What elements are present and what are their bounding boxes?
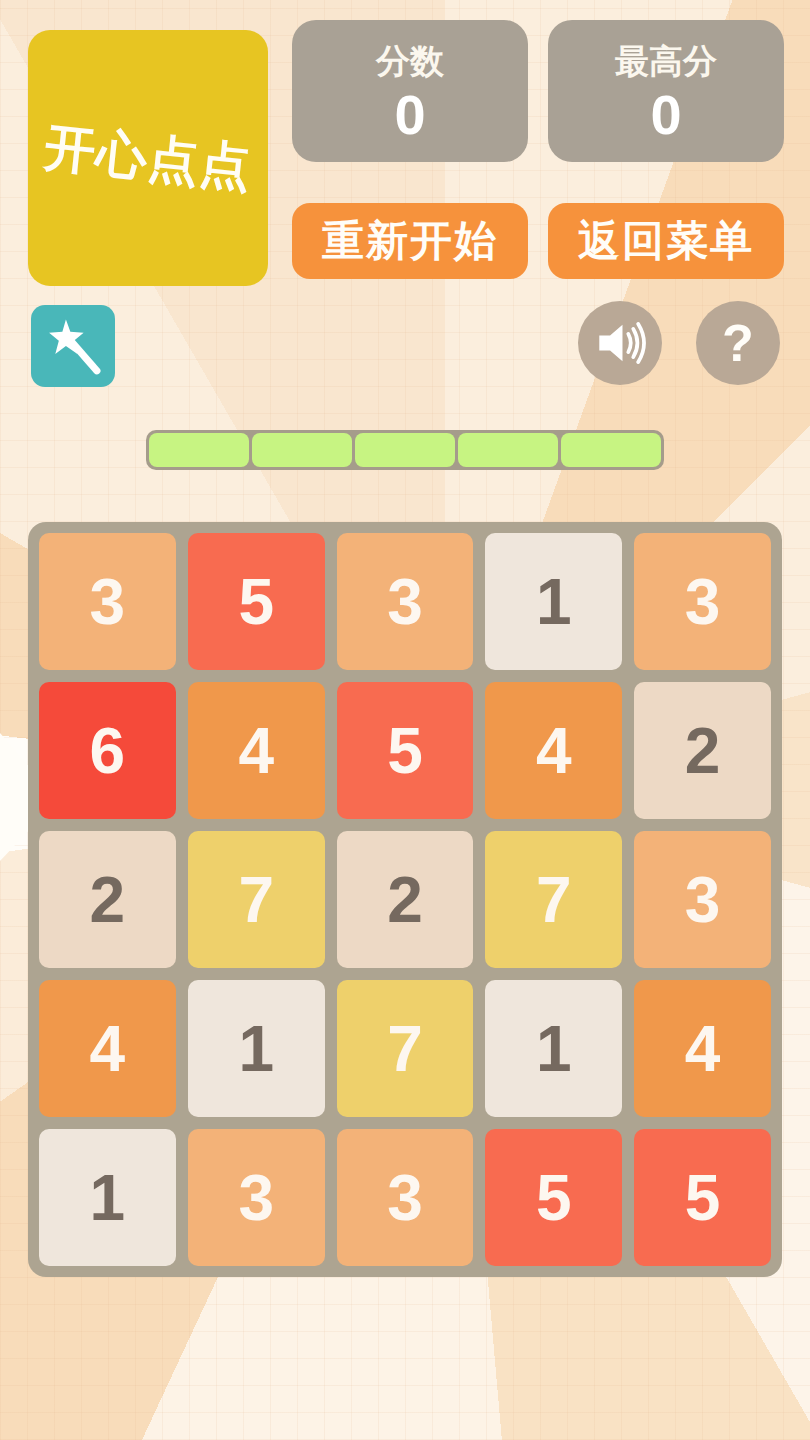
game-board: 3531364542272734171413355 [28, 522, 782, 1277]
tile-r2c1-value-6[interactable]: 6 [39, 682, 176, 819]
score-box: 分数 0 [292, 20, 528, 162]
tile-r3c5-value-3[interactable]: 3 [634, 831, 771, 968]
tile-r1c2-value-5[interactable]: 5 [188, 533, 325, 670]
speaker-icon [591, 314, 649, 372]
tile-r1c3-value-3[interactable]: 3 [337, 533, 474, 670]
progress-segment [458, 433, 558, 467]
progress-segment [561, 433, 661, 467]
tile-r4c2-value-1[interactable]: 1 [188, 980, 325, 1117]
tile-r5c4-value-5[interactable]: 5 [485, 1129, 622, 1266]
progress-segment [355, 433, 455, 467]
tile-r3c2-value-7[interactable]: 7 [188, 831, 325, 968]
tile-r4c1-value-4[interactable]: 4 [39, 980, 176, 1117]
tile-r4c5-value-4[interactable]: 4 [634, 980, 771, 1117]
sound-button[interactable] [578, 301, 662, 385]
tile-r3c1-value-2[interactable]: 2 [39, 831, 176, 968]
magic-wand-icon [42, 315, 104, 377]
restart-label: 重新开始 [322, 213, 498, 269]
progress-segment [149, 433, 249, 467]
tile-r5c5-value-5[interactable]: 5 [634, 1129, 771, 1266]
tile-r5c1-value-1[interactable]: 1 [39, 1129, 176, 1266]
best-score-label: 最高分 [615, 39, 717, 85]
menu-label: 返回菜单 [578, 213, 754, 269]
tile-r2c5-value-2[interactable]: 2 [634, 682, 771, 819]
tile-r2c2-value-4[interactable]: 4 [188, 682, 325, 819]
best-score-value: 0 [650, 87, 681, 143]
restart-button[interactable]: 重新开始 [292, 203, 528, 279]
game-title: 开心点点 [41, 113, 255, 203]
tile-r3c3-value-2[interactable]: 2 [337, 831, 474, 968]
score-value: 0 [394, 87, 425, 143]
tile-r2c4-value-4[interactable]: 4 [485, 682, 622, 819]
score-label: 分数 [376, 39, 444, 85]
back-to-menu-button[interactable]: 返回菜单 [548, 203, 784, 279]
tile-r3c4-value-7[interactable]: 7 [485, 831, 622, 968]
magic-wand-button[interactable] [31, 305, 115, 387]
tile-r1c4-value-1[interactable]: 1 [485, 533, 622, 670]
tile-r4c3-value-7[interactable]: 7 [337, 980, 474, 1117]
best-score-box: 最高分 0 [548, 20, 784, 162]
progress-bar [146, 430, 664, 470]
question-mark-icon: ? [722, 313, 754, 373]
game-logo: 开心点点 [28, 30, 268, 286]
help-button[interactable]: ? [696, 301, 780, 385]
progress-segment [252, 433, 352, 467]
tile-r5c2-value-3[interactable]: 3 [188, 1129, 325, 1266]
tile-r5c3-value-3[interactable]: 3 [337, 1129, 474, 1266]
tile-r1c5-value-3[interactable]: 3 [634, 533, 771, 670]
tile-r4c4-value-1[interactable]: 1 [485, 980, 622, 1117]
tile-r2c3-value-5[interactable]: 5 [337, 682, 474, 819]
tile-r1c1-value-3[interactable]: 3 [39, 533, 176, 670]
